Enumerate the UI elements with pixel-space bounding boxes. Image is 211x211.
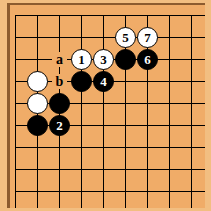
grid-line-vertical [103, 15, 104, 208]
stone-number: 4 [100, 75, 107, 88]
stone-number: 7 [144, 31, 151, 44]
grid-line-vertical [191, 15, 192, 208]
stone-number: 3 [100, 53, 107, 66]
black-stone-move-4: 4 [93, 71, 114, 92]
white-stone-2x5 [27, 93, 48, 114]
grid-line-horizontal [15, 191, 205, 192]
stone-number: 2 [56, 119, 63, 132]
white-stone-move-1: 1 [71, 49, 92, 70]
point-label-b: b [52, 74, 67, 89]
grid-line-horizontal [15, 37, 205, 38]
grid-line-horizontal [15, 169, 205, 170]
black-stone-3x5 [49, 93, 70, 114]
point-label-a: a [52, 52, 67, 67]
grid-line-vertical [15, 15, 16, 208]
grid-line-horizontal [15, 147, 205, 148]
go-board: ab5713642 [7, 3, 205, 208]
grid-line-horizontal [15, 15, 205, 16]
white-stone-move-7: 7 [137, 27, 158, 48]
stone-number: 6 [144, 53, 151, 66]
black-stone-4x4 [71, 71, 92, 92]
diagram-frame: ab5713642 [0, 0, 211, 211]
grid-line-vertical [81, 15, 82, 208]
white-stone-move-5: 5 [115, 27, 136, 48]
white-stone-move-3: 3 [93, 49, 114, 70]
stone-number: 1 [78, 53, 85, 66]
black-stone-2x6 [27, 115, 48, 136]
grid-line-vertical [169, 15, 170, 208]
black-stone-move-2: 2 [49, 115, 70, 136]
black-stone-6x3 [115, 49, 136, 70]
stone-number: 5 [122, 31, 129, 44]
black-stone-move-6: 6 [137, 49, 158, 70]
white-stone-2x4 [27, 71, 48, 92]
